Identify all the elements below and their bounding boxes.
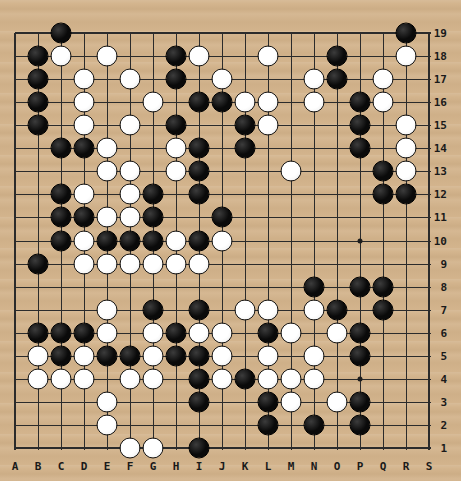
grid-hline-7 (15, 310, 431, 311)
black-stone-P15[interactable] (350, 115, 371, 136)
column-label-I: I (196, 460, 203, 473)
black-stone-B17[interactable] (28, 69, 49, 90)
column-label-H: H (173, 460, 180, 473)
column-label-D: D (81, 460, 88, 473)
black-stone-R12[interactable] (396, 184, 417, 205)
white-stone-N5[interactable] (304, 346, 325, 367)
white-stone-J4[interactable] (212, 369, 233, 390)
column-label-O: O (334, 460, 341, 473)
black-stone-P2[interactable] (350, 415, 371, 436)
black-stone-I12[interactable] (189, 184, 210, 205)
row-label-2: 2 (425, 419, 447, 432)
black-stone-H15[interactable] (166, 115, 187, 136)
grid-vline-R (406, 33, 407, 450)
white-stone-L15[interactable] (258, 115, 279, 136)
black-stone-O18[interactable] (327, 46, 348, 67)
white-stone-L16[interactable] (258, 92, 279, 113)
white-stone-I9[interactable] (189, 254, 210, 275)
white-stone-M4[interactable] (281, 369, 302, 390)
white-stone-M13[interactable] (281, 161, 302, 182)
black-stone-I1[interactable] (189, 438, 210, 459)
black-stone-L6[interactable] (258, 323, 279, 344)
column-label-J: J (219, 460, 226, 473)
black-stone-H17[interactable] (166, 69, 187, 90)
row-label-13: 13 (425, 165, 447, 178)
row-label-11: 11 (425, 211, 447, 224)
column-label-F: F (127, 460, 134, 473)
row-label-5: 5 (425, 350, 447, 363)
black-stone-C10[interactable] (51, 231, 72, 252)
row-label-9: 9 (425, 258, 447, 271)
column-label-Q: Q (380, 460, 387, 473)
white-stone-F15[interactable] (120, 115, 141, 136)
column-label-R: R (403, 460, 410, 473)
white-stone-L5[interactable] (258, 346, 279, 367)
black-stone-C12[interactable] (51, 184, 72, 205)
white-stone-J5[interactable] (212, 346, 233, 367)
white-stone-J17[interactable] (212, 69, 233, 90)
black-stone-B6[interactable] (28, 323, 49, 344)
black-stone-Q7[interactable] (373, 300, 394, 321)
white-stone-N17[interactable] (304, 69, 325, 90)
white-stone-D15[interactable] (74, 115, 95, 136)
black-stone-B16[interactable] (28, 92, 49, 113)
star-point-P4 (358, 377, 363, 382)
white-stone-K7[interactable] (235, 300, 256, 321)
black-stone-N8[interactable] (304, 277, 325, 298)
column-label-E: E (104, 460, 111, 473)
black-stone-P14[interactable] (350, 138, 371, 159)
black-stone-I13[interactable] (189, 161, 210, 182)
black-stone-I3[interactable] (189, 392, 210, 413)
white-stone-E11[interactable] (97, 207, 118, 228)
column-label-C: C (58, 460, 65, 473)
black-stone-O7[interactable] (327, 300, 348, 321)
white-stone-E14[interactable] (97, 138, 118, 159)
black-stone-P5[interactable] (350, 346, 371, 367)
row-label-12: 12 (425, 188, 447, 201)
column-label-G: G (150, 460, 157, 473)
black-stone-G7[interactable] (143, 300, 164, 321)
white-stone-J10[interactable] (212, 231, 233, 252)
row-label-19: 19 (425, 27, 447, 40)
white-stone-F1[interactable] (120, 438, 141, 459)
white-stone-F9[interactable] (120, 254, 141, 275)
white-stone-Q17[interactable] (373, 69, 394, 90)
black-stone-I10[interactable] (189, 231, 210, 252)
black-stone-C6[interactable] (51, 323, 72, 344)
column-label-S: S (426, 460, 433, 473)
black-stone-H6[interactable] (166, 323, 187, 344)
column-label-A: A (12, 460, 19, 473)
grid-hline-1 (15, 447, 431, 449)
white-stone-E6[interactable] (97, 323, 118, 344)
black-stone-H18[interactable] (166, 46, 187, 67)
white-stone-D17[interactable] (74, 69, 95, 90)
black-stone-P8[interactable] (350, 277, 371, 298)
black-stone-B18[interactable] (28, 46, 49, 67)
black-stone-C19[interactable] (51, 23, 72, 44)
white-stone-H13[interactable] (166, 161, 187, 182)
white-stone-G16[interactable] (143, 92, 164, 113)
column-label-M: M (288, 460, 295, 473)
black-stone-L3[interactable] (258, 392, 279, 413)
white-stone-G6[interactable] (143, 323, 164, 344)
row-label-10: 10 (425, 235, 447, 248)
white-stone-H9[interactable] (166, 254, 187, 275)
white-stone-D12[interactable] (74, 184, 95, 205)
grid-hline-19 (15, 32, 431, 34)
white-stone-I6[interactable] (189, 323, 210, 344)
row-label-18: 18 (425, 50, 447, 63)
black-stone-N2[interactable] (304, 415, 325, 436)
white-stone-H10[interactable] (166, 231, 187, 252)
black-stone-B15[interactable] (28, 115, 49, 136)
black-stone-I14[interactable] (189, 138, 210, 159)
white-stone-G1[interactable] (143, 438, 164, 459)
white-stone-O6[interactable] (327, 323, 348, 344)
black-stone-G12[interactable] (143, 184, 164, 205)
grid-hline-18 (15, 56, 431, 57)
column-label-B: B (35, 460, 42, 473)
white-stone-E18[interactable] (97, 46, 118, 67)
black-stone-K15[interactable] (235, 115, 256, 136)
white-stone-O3[interactable] (327, 392, 348, 413)
white-stone-N7[interactable] (304, 300, 325, 321)
row-label-15: 15 (425, 119, 447, 132)
row-label-16: 16 (425, 96, 447, 109)
black-stone-Q13[interactable] (373, 161, 394, 182)
black-stone-B9[interactable] (28, 254, 49, 275)
white-stone-M3[interactable] (281, 392, 302, 413)
white-stone-E2[interactable] (97, 415, 118, 436)
go-board[interactable]: ABCDEFGHIJKLMNOPQRS 19181716151413121110… (0, 0, 461, 481)
column-label-K: K (242, 460, 249, 473)
black-stone-I5[interactable] (189, 346, 210, 367)
white-stone-F17[interactable] (120, 69, 141, 90)
white-stone-J6[interactable] (212, 323, 233, 344)
black-stone-G10[interactable] (143, 231, 164, 252)
row-label-17: 17 (425, 73, 447, 86)
white-stone-C4[interactable] (51, 369, 72, 390)
white-stone-F12[interactable] (120, 184, 141, 205)
column-label-P: P (357, 460, 364, 473)
white-stone-D10[interactable] (74, 231, 95, 252)
white-stone-D4[interactable] (74, 369, 95, 390)
white-stone-R13[interactable] (396, 161, 417, 182)
black-stone-I7[interactable] (189, 300, 210, 321)
white-stone-G9[interactable] (143, 254, 164, 275)
white-stone-M6[interactable] (281, 323, 302, 344)
star-point-P10 (358, 239, 363, 244)
white-stone-G5[interactable] (143, 346, 164, 367)
black-stone-I16[interactable] (189, 92, 210, 113)
row-label-7: 7 (425, 304, 447, 317)
row-label-1: 1 (425, 442, 447, 455)
row-label-14: 14 (425, 142, 447, 155)
black-stone-E10[interactable] (97, 231, 118, 252)
white-stone-B4[interactable] (28, 369, 49, 390)
white-stone-C18[interactable] (51, 46, 72, 67)
grid-hline-13 (15, 171, 431, 172)
white-stone-D9[interactable] (74, 254, 95, 275)
white-stone-L7[interactable] (258, 300, 279, 321)
black-stone-D11[interactable] (74, 207, 95, 228)
black-stone-P6[interactable] (350, 323, 371, 344)
white-stone-N4[interactable] (304, 369, 325, 390)
black-stone-P16[interactable] (350, 92, 371, 113)
black-stone-Q12[interactable] (373, 184, 394, 205)
white-stone-F4[interactable] (120, 369, 141, 390)
black-stone-L2[interactable] (258, 415, 279, 436)
column-label-N: N (311, 460, 318, 473)
white-stone-D16[interactable] (74, 92, 95, 113)
black-stone-O17[interactable] (327, 69, 348, 90)
column-label-L: L (265, 460, 272, 473)
black-stone-C11[interactable] (51, 207, 72, 228)
white-stone-R15[interactable] (396, 115, 417, 136)
black-stone-K14[interactable] (235, 138, 256, 159)
white-stone-I18[interactable] (189, 46, 210, 67)
white-stone-Q16[interactable] (373, 92, 394, 113)
black-stone-F10[interactable] (120, 231, 141, 252)
white-stone-R14[interactable] (396, 138, 417, 159)
white-stone-N16[interactable] (304, 92, 325, 113)
black-stone-G11[interactable] (143, 207, 164, 228)
black-stone-I4[interactable] (189, 369, 210, 390)
row-label-3: 3 (425, 396, 447, 409)
white-stone-K16[interactable] (235, 92, 256, 113)
white-stone-B5[interactable] (28, 346, 49, 367)
black-stone-J16[interactable] (212, 92, 233, 113)
row-label-4: 4 (425, 373, 447, 386)
white-stone-E3[interactable] (97, 392, 118, 413)
black-stone-C5[interactable] (51, 346, 72, 367)
white-stone-E13[interactable] (97, 161, 118, 182)
row-label-8: 8 (425, 281, 447, 294)
black-stone-Q8[interactable] (373, 277, 394, 298)
white-stone-F11[interactable] (120, 207, 141, 228)
white-stone-E7[interactable] (97, 300, 118, 321)
white-stone-H14[interactable] (166, 138, 187, 159)
black-stone-R19[interactable] (396, 23, 417, 44)
black-stone-C14[interactable] (51, 138, 72, 159)
grid-vline-O (337, 33, 338, 450)
black-stone-P3[interactable] (350, 392, 371, 413)
white-stone-L18[interactable] (258, 46, 279, 67)
white-stone-E9[interactable] (97, 254, 118, 275)
black-stone-D14[interactable] (74, 138, 95, 159)
row-label-6: 6 (425, 327, 447, 340)
white-stone-G4[interactable] (143, 369, 164, 390)
white-stone-L4[interactable] (258, 369, 279, 390)
white-stone-D5[interactable] (74, 346, 95, 367)
black-stone-K4[interactable] (235, 369, 256, 390)
black-stone-J11[interactable] (212, 207, 233, 228)
white-stone-F13[interactable] (120, 161, 141, 182)
black-stone-E5[interactable] (97, 346, 118, 367)
black-stone-F5[interactable] (120, 346, 141, 367)
white-stone-R18[interactable] (396, 46, 417, 67)
black-stone-H5[interactable] (166, 346, 187, 367)
black-stone-D6[interactable] (74, 323, 95, 344)
